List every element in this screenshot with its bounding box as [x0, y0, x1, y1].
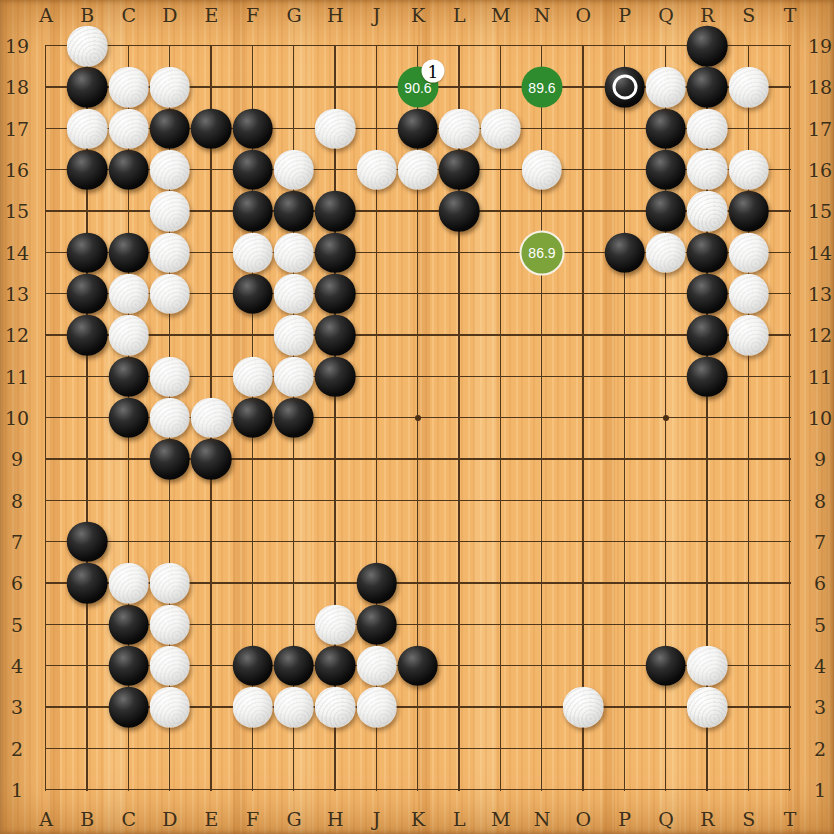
black-stone-C5 — [108, 604, 149, 645]
coord-label-bottom: J — [373, 810, 381, 829]
black-stone-R19 — [687, 26, 728, 67]
white-stone-B17 — [67, 108, 108, 149]
coord-label-top: A — [39, 6, 53, 25]
coord-label-right: 2 — [814, 739, 826, 758]
white-stone-G16 — [274, 150, 315, 191]
black-stone-S15 — [728, 191, 769, 232]
coord-label-right: 13 — [808, 284, 832, 303]
black-stone-Q15 — [646, 191, 687, 232]
coord-label-top: G — [286, 6, 301, 25]
white-stone-D13 — [150, 274, 191, 315]
black-stone-C10 — [108, 398, 149, 439]
black-stone-B13 — [67, 274, 108, 315]
white-stone-C6 — [108, 563, 149, 604]
white-stone-G12 — [274, 315, 315, 356]
white-stone-J3 — [356, 687, 397, 728]
black-stone-F17 — [232, 108, 273, 149]
white-stone-L17 — [439, 108, 480, 149]
coord-label-right: 19 — [808, 37, 832, 56]
black-stone-H14 — [315, 232, 356, 273]
black-stone-H11 — [315, 356, 356, 397]
white-stone-H5 — [315, 604, 356, 645]
white-stone-K16 — [398, 150, 439, 191]
black-stone-R13 — [687, 274, 728, 315]
star-point — [663, 415, 669, 421]
black-stone-Q4 — [646, 646, 687, 687]
coord-label-top: E — [204, 6, 218, 25]
coord-label-bottom: T — [784, 810, 797, 829]
coord-label-right: 9 — [814, 450, 826, 469]
coord-label-left: 4 — [11, 656, 23, 675]
coord-label-top: R — [700, 6, 714, 25]
white-stone-F3 — [232, 687, 273, 728]
white-stone-J4 — [356, 646, 397, 687]
white-stone-D4 — [150, 646, 191, 687]
coord-label-left: 13 — [5, 284, 29, 303]
coord-label-top: P — [618, 6, 631, 25]
white-stone-S18 — [728, 67, 769, 108]
coord-label-left: 18 — [5, 78, 29, 97]
black-stone-R18 — [687, 67, 728, 108]
black-stone-H12 — [315, 315, 356, 356]
black-stone-Q17 — [646, 108, 687, 149]
black-stone-B12 — [67, 315, 108, 356]
black-stone-B18 — [67, 67, 108, 108]
black-stone-R11 — [687, 356, 728, 397]
coord-label-bottom: H — [327, 810, 344, 829]
coord-label-left: 17 — [5, 119, 29, 138]
white-stone-G13 — [274, 274, 315, 315]
coord-label-top: O — [576, 6, 592, 25]
black-stone-F10 — [232, 398, 273, 439]
coord-label-right: 14 — [808, 243, 832, 262]
white-stone-R17 — [687, 108, 728, 149]
coord-label-left: 12 — [5, 326, 29, 345]
coord-label-top: T — [784, 6, 797, 25]
black-stone-B14 — [67, 232, 108, 273]
black-stone-C11 — [108, 356, 149, 397]
coord-label-right: 1 — [814, 780, 826, 799]
coord-label-left: 1 — [11, 780, 23, 799]
coord-label-right: 15 — [808, 202, 832, 221]
black-stone-G4 — [274, 646, 315, 687]
coord-label-bottom: B — [80, 810, 94, 829]
white-stone-D11 — [150, 356, 191, 397]
coord-label-bottom: D — [162, 810, 177, 829]
suggestion-rank-badge: 1 — [421, 60, 444, 83]
white-stone-G3 — [274, 687, 315, 728]
black-stone-F16 — [232, 150, 273, 191]
last-move-marker — [612, 75, 637, 100]
coord-label-right: 3 — [814, 698, 826, 717]
star-point — [415, 415, 421, 421]
go-board[interactable]: AABBCCDDEEFFGGHHJJKKLLMMNNOOPPQQRRSSTT19… — [0, 0, 834, 834]
coord-label-top: B — [80, 6, 94, 25]
coord-label-left: 2 — [11, 739, 23, 758]
white-stone-D5 — [150, 604, 191, 645]
coord-label-bottom: E — [204, 810, 218, 829]
coord-label-left: 19 — [5, 37, 29, 56]
white-stone-D14 — [150, 232, 191, 273]
coord-label-left: 14 — [5, 243, 29, 262]
white-stone-F11 — [232, 356, 273, 397]
white-stone-R15 — [687, 191, 728, 232]
white-stone-D18 — [150, 67, 191, 108]
black-stone-C14 — [108, 232, 149, 273]
black-stone-B7 — [67, 522, 108, 563]
coord-label-top: K — [411, 6, 425, 25]
coord-label-right: 18 — [808, 78, 832, 97]
black-stone-H13 — [315, 274, 356, 315]
white-stone-N16 — [522, 150, 563, 191]
coord-label-left: 6 — [11, 574, 23, 593]
white-stone-R4 — [687, 646, 728, 687]
white-stone-R3 — [687, 687, 728, 728]
white-stone-S14 — [728, 232, 769, 273]
black-stone-K4 — [398, 646, 439, 687]
white-stone-O3 — [563, 687, 604, 728]
white-stone-D3 — [150, 687, 191, 728]
white-stone-C17 — [108, 108, 149, 149]
white-stone-B19 — [67, 26, 108, 67]
black-stone-P14 — [604, 232, 645, 273]
coord-label-left: 11 — [5, 367, 29, 386]
coord-label-right: 11 — [808, 367, 832, 386]
white-stone-S12 — [728, 315, 769, 356]
coord-label-top: M — [491, 6, 510, 25]
white-stone-E10 — [191, 398, 232, 439]
coord-label-left: 3 — [11, 698, 23, 717]
coord-label-left: 9 — [11, 450, 23, 469]
white-stone-D6 — [150, 563, 191, 604]
white-stone-Q18 — [646, 67, 687, 108]
black-stone-F15 — [232, 191, 273, 232]
coord-label-bottom: Q — [658, 810, 674, 829]
coord-label-bottom: F — [246, 810, 259, 829]
black-stone-C16 — [108, 150, 149, 191]
black-stone-R12 — [687, 315, 728, 356]
black-stone-J5 — [356, 604, 397, 645]
black-stone-L16 — [439, 150, 480, 191]
white-stone-J16 — [356, 150, 397, 191]
coord-label-right: 16 — [808, 160, 832, 179]
coord-label-top: J — [373, 6, 381, 25]
black-stone-R14 — [687, 232, 728, 273]
coord-label-right: 4 — [814, 656, 826, 675]
coord-label-bottom: K — [411, 810, 425, 829]
white-stone-F14 — [232, 232, 273, 273]
coord-label-right: 17 — [808, 119, 832, 138]
white-stone-S13 — [728, 274, 769, 315]
suggestion-N18[interactable]: 89.6 — [521, 67, 562, 108]
black-stone-G10 — [274, 398, 315, 439]
coord-label-bottom: C — [121, 810, 136, 829]
black-stone-H4 — [315, 646, 356, 687]
coord-label-top: L — [453, 6, 466, 25]
white-stone-C13 — [108, 274, 149, 315]
black-stone-L15 — [439, 191, 480, 232]
black-stone-E17 — [191, 108, 232, 149]
coord-label-top: N — [534, 6, 551, 25]
coord-label-right: 7 — [814, 532, 826, 551]
coord-label-bottom: S — [742, 810, 755, 829]
white-stone-G11 — [274, 356, 315, 397]
coord-label-right: 5 — [814, 615, 826, 634]
black-stone-F4 — [232, 646, 273, 687]
black-stone-C4 — [108, 646, 149, 687]
white-stone-S16 — [728, 150, 769, 191]
black-stone-D17 — [150, 108, 191, 149]
coord-label-top: D — [162, 6, 177, 25]
coord-label-bottom: R — [700, 810, 714, 829]
coord-label-left: 10 — [5, 408, 29, 427]
white-stone-C18 — [108, 67, 149, 108]
coord-label-top: H — [327, 6, 344, 25]
black-stone-E9 — [191, 439, 232, 480]
coord-label-top: Q — [658, 6, 674, 25]
white-stone-D15 — [150, 191, 191, 232]
coord-label-left: 16 — [5, 160, 29, 179]
coord-label-bottom: N — [534, 810, 551, 829]
black-stone-G15 — [274, 191, 315, 232]
white-stone-D16 — [150, 150, 191, 191]
coord-label-left: 15 — [5, 202, 29, 221]
coord-label-top: S — [742, 6, 755, 25]
white-stone-G14 — [274, 232, 315, 273]
coord-label-bottom: L — [453, 810, 466, 829]
coord-label-top: F — [246, 6, 259, 25]
black-stone-Q16 — [646, 150, 687, 191]
black-stone-K17 — [398, 108, 439, 149]
black-stone-C3 — [108, 687, 149, 728]
coord-label-right: 8 — [814, 491, 826, 510]
coord-label-right: 12 — [808, 326, 832, 345]
coord-label-top: C — [121, 6, 136, 25]
white-stone-H3 — [315, 687, 356, 728]
black-stone-F13 — [232, 274, 273, 315]
coord-label-left: 8 — [11, 491, 23, 510]
white-stone-Q14 — [646, 232, 687, 273]
coord-label-bottom: M — [491, 810, 510, 829]
black-stone-D9 — [150, 439, 191, 480]
white-stone-H17 — [315, 108, 356, 149]
coord-label-bottom: G — [286, 810, 301, 829]
white-stone-M17 — [480, 108, 521, 149]
white-stone-D10 — [150, 398, 191, 439]
coord-label-left: 7 — [11, 532, 23, 551]
white-stone-C12 — [108, 315, 149, 356]
white-stone-R16 — [687, 150, 728, 191]
coord-label-right: 6 — [814, 574, 826, 593]
coord-label-bottom: O — [576, 810, 592, 829]
black-stone-H15 — [315, 191, 356, 232]
black-stone-B16 — [67, 150, 108, 191]
coord-label-left: 5 — [11, 615, 23, 634]
black-stone-B6 — [67, 563, 108, 604]
suggestion-N14[interactable]: 86.9 — [519, 230, 564, 275]
coord-label-bottom: A — [39, 810, 53, 829]
coord-label-bottom: P — [618, 810, 631, 829]
black-stone-J6 — [356, 563, 397, 604]
coord-label-right: 10 — [808, 408, 832, 427]
